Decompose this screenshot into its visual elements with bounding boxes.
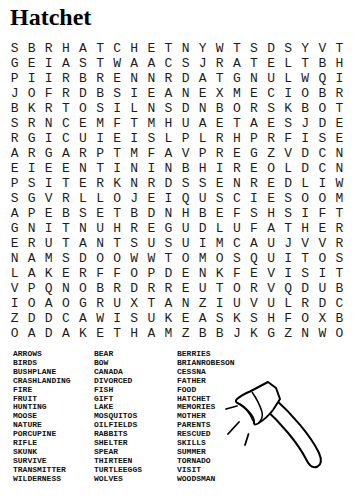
grid-cell-r3c11: D	[177, 71, 194, 86]
grid-cell-r10c13: E	[211, 176, 228, 191]
grid-cell-r6c4: C	[57, 116, 74, 131]
grid-cell-r18c20: C	[331, 296, 348, 311]
grid-cell-r3c15: N	[245, 71, 262, 86]
grid-cell-r16c10: D	[160, 266, 177, 281]
grid-cell-r1c12: Y	[194, 41, 211, 56]
grid-cell-r7c13: R	[211, 131, 228, 146]
grid-cell-r10c18: L	[297, 176, 314, 191]
grid-cell-r10c5: E	[74, 176, 91, 191]
grid-cell-r12c3: E	[40, 206, 57, 221]
grid-cell-r14c18: V	[297, 236, 314, 251]
grid-cell-r8c15: G	[245, 146, 262, 161]
grid-cell-r18c1: I	[6, 296, 23, 311]
grid-cell-r17c7: R	[109, 281, 126, 296]
grid-cell-r4c17: I	[280, 86, 297, 101]
motion-dash-3	[245, 434, 249, 445]
grid-cell-r4c14: M	[228, 86, 245, 101]
grid-cell-r2c18: T	[297, 56, 314, 71]
grid-cell-r6c20: E	[331, 116, 348, 131]
grid-cell-r4c8: I	[126, 86, 143, 101]
grid-cell-r1c10: T	[160, 41, 177, 56]
grid-cell-r17c12: U	[194, 281, 211, 296]
grid-cell-r1c15: S	[245, 41, 262, 56]
grid-cell-r5c4: T	[57, 101, 74, 116]
grid-cell-r6c19: D	[314, 116, 331, 131]
grid-cell-r16c3: K	[40, 266, 57, 281]
grid-cell-r17c20: B	[331, 281, 348, 296]
grid-cell-r11c13: S	[211, 191, 228, 206]
grid-cell-r11c17: S	[280, 191, 297, 206]
grid-cell-r2c4: A	[57, 56, 74, 71]
grid-cell-r5c19: O	[314, 101, 331, 116]
grid-cell-r17c2: P	[23, 281, 40, 296]
grid-cell-r18c7: U	[109, 296, 126, 311]
grid-cell-r9c6: T	[92, 161, 109, 176]
grid-cell-r1c14: T	[228, 41, 245, 56]
grid-cell-r20c10: M	[160, 326, 177, 341]
grid-cell-r17c4: N	[57, 281, 74, 296]
motion-dash-1	[226, 406, 237, 409]
grid-cell-r18c8: X	[126, 296, 143, 311]
grid-cell-r1c5: A	[74, 41, 91, 56]
grid-cell-r18c16: U	[263, 296, 280, 311]
word-list-column-2: BEARBOWCANADADIVORCEDFISHGIFTLAKEMOSQUIT…	[94, 350, 142, 484]
grid-cell-r2c14: A	[228, 56, 245, 71]
grid-cell-r16c11: E	[177, 266, 194, 281]
grid-cell-r19c16: H	[263, 311, 280, 326]
grid-cell-r1c4: H	[57, 41, 74, 56]
grid-cell-r12c18: I	[297, 206, 314, 221]
grid-cell-r15c13: O	[211, 251, 228, 266]
grid-cell-r11c20: M	[331, 191, 348, 206]
grid-cell-r14c1: E	[6, 236, 23, 251]
grid-cell-r10c2: S	[23, 176, 40, 191]
grid-cell-r3c16: U	[263, 71, 280, 86]
grid-cell-r12c7: T	[109, 206, 126, 221]
grid-cell-r3c14: G	[228, 71, 245, 86]
grid-cell-r12c10: N	[160, 206, 177, 221]
grid-cell-r14c8: S	[126, 236, 143, 251]
grid-cell-r6c18: J	[297, 116, 314, 131]
motion-dash-2	[228, 422, 239, 434]
grid-cell-r6c1: S	[6, 116, 23, 131]
grid-cell-r2c8: A	[126, 56, 143, 71]
grid-cell-r19c2: D	[23, 311, 40, 326]
grid-cell-r11c19: O	[314, 191, 331, 206]
word-item: WOODSMAN	[177, 475, 235, 484]
grid-cell-r4c10: A	[160, 86, 177, 101]
grid-cell-r3c6: R	[92, 71, 109, 86]
grid-cell-r11c8: J	[126, 191, 143, 206]
grid-cell-r12c8: B	[126, 206, 143, 221]
grid-cell-r8c20: N	[331, 146, 348, 161]
grid-cell-r20c6: E	[92, 326, 109, 341]
grid-cell-r13c20: R	[331, 221, 348, 236]
grid-cell-r7c11: P	[177, 131, 194, 146]
grid-cell-r11c2: G	[23, 191, 40, 206]
grid-cell-r15c1: N	[6, 251, 23, 266]
grid-cell-r5c20: T	[331, 101, 348, 116]
grid-cell-r10c16: E	[263, 176, 280, 191]
word-search-grid: SBRHATCHETNYWTSDSYVTGEIASTWAACSJRATELTBH…	[6, 41, 348, 334]
grid-cell-r16c20: T	[331, 266, 348, 281]
grid-cell-r7c8: I	[126, 131, 143, 146]
grid-cell-r6c16: E	[263, 116, 280, 131]
grid-cell-r11c14: C	[228, 191, 245, 206]
grid-cell-r4c6: B	[92, 86, 109, 101]
grid-cell-r2c11: S	[177, 56, 194, 71]
grid-cell-r11c11: Q	[177, 191, 194, 206]
grid-cell-r3c19: Q	[314, 71, 331, 86]
grid-cell-r16c19: I	[314, 266, 331, 281]
grid-cell-r10c1: P	[6, 176, 23, 191]
grid-cell-r6c8: T	[126, 116, 143, 131]
grid-cell-r18c9: T	[143, 296, 160, 311]
grid-cell-r16c17: I	[280, 266, 297, 281]
grid-cell-r9c2: I	[23, 161, 40, 176]
grid-cell-r20c11: Z	[177, 326, 194, 341]
grid-cell-r13c4: T	[57, 221, 74, 236]
grid-cell-r20c14: J	[228, 326, 245, 341]
grid-cell-r7c16: R	[263, 131, 280, 146]
grid-cell-r12c11: H	[177, 206, 194, 221]
grid-cell-r18c6: R	[92, 296, 109, 311]
word-item: WOLVES	[94, 475, 142, 484]
grid-cell-r7c14: H	[228, 131, 245, 146]
grid-cell-r1c20: T	[331, 41, 348, 56]
grid-cell-r10c7: K	[109, 176, 126, 191]
grid-cell-r18c17: L	[280, 296, 297, 311]
grid-cell-r14c3: U	[40, 236, 57, 251]
grid-cell-r2c17: L	[280, 56, 297, 71]
grid-cell-r15c17: I	[280, 251, 297, 266]
grid-cell-r1c16: D	[263, 41, 280, 56]
grid-cell-r7c3: I	[40, 131, 57, 146]
grid-cell-r14c7: T	[109, 236, 126, 251]
grid-cell-r6c14: T	[228, 116, 245, 131]
grid-cell-r7c6: I	[92, 131, 109, 146]
grid-cell-r1c8: H	[126, 41, 143, 56]
grid-cell-r12c1: A	[6, 206, 23, 221]
grid-cell-r8c1: A	[6, 146, 23, 161]
grid-cell-r13c12: D	[194, 221, 211, 236]
grid-cell-r2c2: E	[23, 56, 40, 71]
grid-cell-r7c7: E	[109, 131, 126, 146]
grid-cell-r11c15: I	[245, 191, 262, 206]
grid-cell-r17c6: B	[92, 281, 109, 296]
grid-cell-r8c17: V	[280, 146, 297, 161]
grid-cell-r16c14: F	[228, 266, 245, 281]
grid-cell-r11c4: R	[57, 191, 74, 206]
grid-cell-r17c13: T	[211, 281, 228, 296]
grid-cell-r8c14: E	[228, 146, 245, 161]
grid-cell-r2c15: T	[245, 56, 262, 71]
grid-cell-r5c10: S	[160, 101, 177, 116]
grid-cell-r17c10: R	[160, 281, 177, 296]
grid-cell-r19c3: D	[40, 311, 57, 326]
grid-cell-r14c19: V	[314, 236, 331, 251]
grid-cell-r9c3: E	[40, 161, 57, 176]
grid-cell-r16c1: L	[6, 266, 23, 281]
grid-cell-r3c18: W	[297, 71, 314, 86]
grid-cell-r13c13: L	[211, 221, 228, 236]
grid-cell-r16c8: O	[126, 266, 143, 281]
grid-cell-r10c3: I	[40, 176, 57, 191]
word-item: WILDERNESS	[13, 475, 71, 484]
grid-cell-r5c5: O	[74, 101, 91, 116]
grid-cell-r4c3: F	[40, 86, 57, 101]
grid-cell-r5c8: L	[126, 101, 143, 116]
grid-cell-r20c17: Z	[280, 326, 297, 341]
grid-cell-r12c17: S	[280, 206, 297, 221]
grid-cell-r5c14: O	[228, 101, 245, 116]
grid-cell-r15c5: D	[74, 251, 91, 266]
grid-cell-r5c15: R	[245, 101, 262, 116]
grid-cell-r11c3: V	[40, 191, 57, 206]
grid-cell-r8c8: M	[126, 146, 143, 161]
grid-cell-r8c5: R	[74, 146, 91, 161]
grid-cell-r13c2: N	[23, 221, 40, 236]
grid-cell-r19c15: S	[245, 311, 262, 326]
grid-cell-r16c6: F	[92, 266, 109, 281]
grid-cell-r11c16: E	[263, 191, 280, 206]
grid-cell-r1c7: C	[109, 41, 126, 56]
grid-cell-r9c4: E	[57, 161, 74, 176]
grid-cell-r8c4: A	[57, 146, 74, 161]
hatchet-axe-drawing	[218, 372, 336, 474]
grid-cell-r1c9: E	[143, 41, 160, 56]
grid-cell-r13c6: U	[92, 221, 109, 236]
grid-cell-r10c14: N	[228, 176, 245, 191]
grid-cell-r19c8: S	[126, 311, 143, 326]
grid-cell-r8c18: D	[297, 146, 314, 161]
grid-cell-r6c17: S	[280, 116, 297, 131]
grid-cell-r4c9: E	[143, 86, 160, 101]
grid-cell-r9c16: O	[263, 161, 280, 176]
grid-cell-r14c5: A	[74, 236, 91, 251]
grid-cell-r13c18: H	[297, 221, 314, 236]
grid-cell-r16c7: F	[109, 266, 126, 281]
grid-cell-r11c18: O	[297, 191, 314, 206]
grid-cell-r15c11: O	[177, 251, 194, 266]
grid-cell-r18c13: I	[211, 296, 228, 311]
grid-cell-r6c12: A	[194, 116, 211, 131]
grid-cell-r9c9: I	[143, 161, 160, 176]
grid-cell-r3c9: N	[143, 71, 160, 86]
grid-cell-r3c20: I	[331, 71, 348, 86]
grid-cell-r4c4: R	[57, 86, 74, 101]
grid-cell-r14c2: R	[23, 236, 40, 251]
grid-cell-r9c7: I	[109, 161, 126, 176]
grid-cell-r15c10: T	[160, 251, 177, 266]
grid-cell-r5c9: N	[143, 101, 160, 116]
grid-cell-r9c20: N	[331, 161, 348, 176]
grid-cell-r17c16: V	[263, 281, 280, 296]
grid-cell-r8c10: A	[160, 146, 177, 161]
grid-cell-r3c2: I	[23, 71, 40, 86]
grid-cell-r8c16: Z	[263, 146, 280, 161]
grid-cell-r5c11: D	[177, 101, 194, 116]
grid-cell-r15c8: W	[126, 251, 143, 266]
grid-cell-r4c20: R	[331, 86, 348, 101]
grid-cell-r3c3: I	[40, 71, 57, 86]
grid-cell-r7c5: U	[74, 131, 91, 146]
grid-cell-r12c19: F	[314, 206, 331, 221]
grid-cell-r20c9: A	[143, 326, 160, 341]
word-list-column-1: ARROWSBIRDSBUSHPLANECRASHLANDINGFIREFRUI…	[13, 350, 71, 484]
grid-cell-r8c9: F	[143, 146, 160, 161]
grid-cell-r13c11: U	[177, 221, 194, 236]
grid-cell-r5c2: K	[23, 101, 40, 116]
grid-cell-r17c18: D	[297, 281, 314, 296]
grid-cell-r2c10: C	[160, 56, 177, 71]
grid-cell-r14c11: U	[177, 236, 194, 251]
grid-cell-r14c12: I	[194, 236, 211, 251]
grid-cell-r8c6: P	[92, 146, 109, 161]
grid-cell-r8c12: P	[194, 146, 211, 161]
grid-cell-r18c12: Z	[194, 296, 211, 311]
grid-cell-r19c14: K	[228, 311, 245, 326]
grid-cell-r13c3: I	[40, 221, 57, 236]
grid-cell-r16c9: P	[143, 266, 160, 281]
grid-cell-r13c1: G	[6, 221, 23, 236]
grid-cell-r20c3: D	[40, 326, 57, 341]
grid-cell-r20c8: H	[126, 326, 143, 341]
grid-cell-r13c16: A	[263, 221, 280, 236]
grid-cell-r7c12: L	[194, 131, 211, 146]
grid-cell-r10c17: D	[280, 176, 297, 191]
grid-cell-r6c15: A	[245, 116, 262, 131]
grid-cell-r4c15: E	[245, 86, 262, 101]
grid-cell-r2c7: W	[109, 56, 126, 71]
grid-cell-r13c17: T	[280, 221, 297, 236]
grid-cell-r10c12: S	[194, 176, 211, 191]
grid-cell-r14c17: J	[280, 236, 297, 251]
grid-cell-r9c14: R	[228, 161, 245, 176]
puzzle-title: Hatchet	[10, 5, 91, 29]
grid-cell-r15c2: A	[23, 251, 40, 266]
grid-cell-r14c16: U	[263, 236, 280, 251]
grid-cell-r7c17: F	[280, 131, 297, 146]
grid-cell-r3c17: L	[280, 71, 297, 86]
grid-cell-r18c10: A	[160, 296, 177, 311]
grid-cell-r5c6: S	[92, 101, 109, 116]
grid-cell-r13c8: R	[126, 221, 143, 236]
grid-cell-r19c18: O	[297, 311, 314, 326]
grid-cell-r18c5: G	[74, 296, 91, 311]
grid-cell-r19c5: A	[74, 311, 91, 326]
grid-cell-r20c2: A	[23, 326, 40, 341]
grid-cell-r7c4: C	[57, 131, 74, 146]
grid-cell-r15c19: O	[314, 251, 331, 266]
grid-cell-r20c12: B	[194, 326, 211, 341]
grid-cell-r14c14: C	[228, 236, 245, 251]
grid-cell-r9c1: E	[6, 161, 23, 176]
grid-cell-r1c3: R	[40, 41, 57, 56]
grid-cell-r17c11: E	[177, 281, 194, 296]
grid-cell-r16c18: S	[297, 266, 314, 281]
grid-cell-r8c2: R	[23, 146, 40, 161]
grid-cell-r16c16: V	[263, 266, 280, 281]
grid-cell-r12c4: B	[57, 206, 74, 221]
grid-cell-r13c14: U	[228, 221, 245, 236]
grid-cell-r9c10: N	[160, 161, 177, 176]
grid-cell-r13c5: N	[74, 221, 91, 236]
grid-cell-r5c18: B	[297, 101, 314, 116]
grid-cell-r7c9: S	[143, 131, 160, 146]
grid-cell-r7c19: S	[314, 131, 331, 146]
grid-cell-r7c1: R	[6, 131, 23, 146]
grid-cell-r16c2: A	[23, 266, 40, 281]
grid-cell-r2c19: B	[314, 56, 331, 71]
grid-cell-r20c16: G	[263, 326, 280, 341]
grid-cell-r2c5: S	[74, 56, 91, 71]
grid-cell-r5c17: K	[280, 101, 297, 116]
grid-cell-r12c15: S	[245, 206, 262, 221]
grid-cell-r1c19: V	[314, 41, 331, 56]
grid-cell-r1c6: T	[92, 41, 109, 56]
grid-cell-r1c13: W	[211, 41, 228, 56]
grid-cell-r20c5: K	[74, 326, 91, 341]
grid-cell-r12c14: F	[228, 206, 245, 221]
grid-cell-r19c4: C	[57, 311, 74, 326]
grid-cell-r5c12: N	[194, 101, 211, 116]
grid-cell-r3c12: A	[194, 71, 211, 86]
grid-cell-r18c3: A	[40, 296, 57, 311]
grid-cell-r5c1: B	[6, 101, 23, 116]
grid-cell-r9c18: D	[297, 161, 314, 176]
grid-cell-r9c5: N	[74, 161, 91, 176]
grid-cell-r2c13: R	[211, 56, 228, 71]
grid-cell-r1c2: B	[23, 41, 40, 56]
grid-cell-r18c14: U	[228, 296, 245, 311]
grid-cell-r16c12: N	[194, 266, 211, 281]
grid-cell-r17c14: O	[228, 281, 245, 296]
grid-cell-r10c10: D	[160, 176, 177, 191]
grid-cell-r7c18: I	[297, 131, 314, 146]
grid-cell-r19c1: Z	[6, 311, 23, 326]
grid-cell-r17c1: V	[6, 281, 23, 296]
grid-cell-r13c10: G	[160, 221, 177, 236]
grid-cell-r14c13: M	[211, 236, 228, 251]
grid-cell-r10c4: T	[57, 176, 74, 191]
grid-cell-r8c7: T	[109, 146, 126, 161]
grid-cell-r20c7: T	[109, 326, 126, 341]
grid-cell-r19c11: E	[177, 311, 194, 326]
grid-cell-r3c1: P	[6, 71, 23, 86]
grid-cell-r19c12: A	[194, 311, 211, 326]
grid-cell-r19c10: K	[160, 311, 177, 326]
grid-cell-r14c10: S	[160, 236, 177, 251]
grid-cell-r11c10: I	[160, 191, 177, 206]
grid-cell-r8c13: R	[211, 146, 228, 161]
grid-cell-r6c10: H	[160, 116, 177, 131]
grid-cell-r18c11: N	[177, 296, 194, 311]
grid-cell-r11c6: L	[92, 191, 109, 206]
grid-cell-r2c20: H	[331, 56, 348, 71]
grid-cell-r4c7: S	[109, 86, 126, 101]
grid-cell-r2c1: G	[6, 56, 23, 71]
grid-cell-r6c7: F	[109, 116, 126, 131]
grid-cell-r2c12: J	[194, 56, 211, 71]
grid-cell-r15c6: O	[92, 251, 109, 266]
grid-cell-r15c14: S	[228, 251, 245, 266]
grid-cell-r14c20: R	[331, 236, 348, 251]
grid-cell-r19c20: B	[331, 311, 348, 326]
grid-cell-r5c7: I	[109, 101, 126, 116]
grid-cell-r18c18: R	[297, 296, 314, 311]
grid-cell-r15c3: M	[40, 251, 57, 266]
